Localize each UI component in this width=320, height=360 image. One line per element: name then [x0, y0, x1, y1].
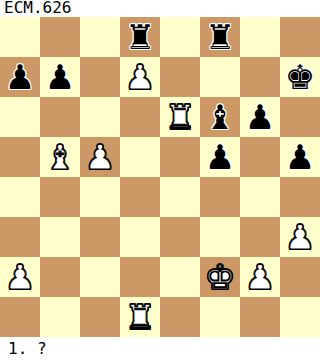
square-e2[interactable] — [160, 257, 200, 297]
square-a5[interactable] — [0, 137, 40, 177]
square-g5[interactable] — [240, 137, 280, 177]
black-king: ♚ — [285, 57, 315, 97]
white-rook: ♜ — [165, 97, 195, 137]
square-d1[interactable]: ♜ — [120, 297, 160, 337]
square-e6[interactable]: ♜ — [160, 97, 200, 137]
square-d4[interactable] — [120, 177, 160, 217]
square-h6[interactable] — [280, 97, 320, 137]
square-a1[interactable] — [0, 297, 40, 337]
square-f5[interactable]: ♟ — [200, 137, 240, 177]
square-g7[interactable] — [240, 57, 280, 97]
puzzle-title: ECM.626 — [4, 0, 71, 17]
square-c1[interactable] — [80, 297, 120, 337]
square-e8[interactable] — [160, 17, 200, 57]
square-b4[interactable] — [40, 177, 80, 217]
black-rook: ♜ — [205, 17, 235, 57]
square-b3[interactable] — [40, 217, 80, 257]
square-d8[interactable]: ♜ — [120, 17, 160, 57]
square-g4[interactable] — [240, 177, 280, 217]
square-c7[interactable] — [80, 57, 120, 97]
square-c5[interactable]: ♟ — [80, 137, 120, 177]
square-c6[interactable] — [80, 97, 120, 137]
square-g1[interactable] — [240, 297, 280, 337]
square-h5[interactable]: ♟ — [280, 137, 320, 177]
square-b2[interactable] — [40, 257, 80, 297]
square-e5[interactable] — [160, 137, 200, 177]
square-g8[interactable] — [240, 17, 280, 57]
square-d2[interactable] — [120, 257, 160, 297]
white-pawn: ♟ — [125, 57, 155, 97]
move-prompt: 1. ? — [8, 339, 47, 360]
square-e7[interactable] — [160, 57, 200, 97]
square-f3[interactable] — [200, 217, 240, 257]
square-a4[interactable] — [0, 177, 40, 217]
square-a3[interactable] — [0, 217, 40, 257]
square-g6[interactable]: ♟ — [240, 97, 280, 137]
square-a2[interactable]: ♟ — [0, 257, 40, 297]
square-c4[interactable] — [80, 177, 120, 217]
square-d5[interactable] — [120, 137, 160, 177]
square-e3[interactable] — [160, 217, 200, 257]
square-a6[interactable] — [0, 97, 40, 137]
square-g2[interactable]: ♟ — [240, 257, 280, 297]
chess-puzzle-window: ECM.626 ♜♜♟♟♟♚♜♝♟♝♟♟♟♟♟♚♟♜ 1. ? — [0, 0, 320, 360]
square-d7[interactable]: ♟ — [120, 57, 160, 97]
black-bishop: ♝ — [205, 97, 235, 137]
square-h1[interactable] — [280, 297, 320, 337]
square-f7[interactable] — [200, 57, 240, 97]
square-f8[interactable]: ♜ — [200, 17, 240, 57]
black-pawn: ♟ — [285, 137, 315, 177]
square-e4[interactable] — [160, 177, 200, 217]
square-c2[interactable] — [80, 257, 120, 297]
square-c3[interactable] — [80, 217, 120, 257]
square-h4[interactable] — [280, 177, 320, 217]
square-c8[interactable] — [80, 17, 120, 57]
white-bishop: ♝ — [45, 137, 75, 177]
white-pawn: ♟ — [85, 137, 115, 177]
square-a7[interactable]: ♟ — [0, 57, 40, 97]
square-f1[interactable] — [200, 297, 240, 337]
square-f4[interactable] — [200, 177, 240, 217]
square-e1[interactable] — [160, 297, 200, 337]
square-d3[interactable] — [120, 217, 160, 257]
white-pawn: ♟ — [5, 257, 35, 297]
square-h3[interactable]: ♟ — [280, 217, 320, 257]
black-pawn: ♟ — [5, 57, 35, 97]
black-pawn: ♟ — [205, 137, 235, 177]
square-h2[interactable] — [280, 257, 320, 297]
square-b6[interactable] — [40, 97, 80, 137]
square-d6[interactable] — [120, 97, 160, 137]
square-b8[interactable] — [40, 17, 80, 57]
black-rook: ♜ — [125, 17, 155, 57]
square-b1[interactable] — [40, 297, 80, 337]
white-pawn: ♟ — [285, 217, 315, 257]
white-rook: ♜ — [125, 297, 155, 337]
square-b5[interactable]: ♝ — [40, 137, 80, 177]
square-g3[interactable] — [240, 217, 280, 257]
square-h8[interactable] — [280, 17, 320, 57]
black-pawn: ♟ — [245, 97, 275, 137]
square-b7[interactable]: ♟ — [40, 57, 80, 97]
square-f2[interactable]: ♚ — [200, 257, 240, 297]
square-a8[interactable] — [0, 17, 40, 57]
square-f6[interactable]: ♝ — [200, 97, 240, 137]
white-pawn: ♟ — [245, 257, 275, 297]
chess-board: ♜♜♟♟♟♚♜♝♟♝♟♟♟♟♟♚♟♜ — [0, 17, 320, 337]
square-h7[interactable]: ♚ — [280, 57, 320, 97]
white-king: ♚ — [205, 257, 235, 297]
black-pawn: ♟ — [45, 57, 75, 97]
